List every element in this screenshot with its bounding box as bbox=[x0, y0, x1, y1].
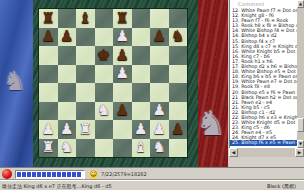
square-a7[interactable]: ♟ bbox=[39, 28, 58, 47]
square-c1[interactable] bbox=[76, 139, 95, 158]
black-p-piece[interactable]: ♟ bbox=[60, 29, 73, 44]
square-a5[interactable] bbox=[39, 65, 58, 84]
white-b-piece[interactable]: ♝ bbox=[134, 140, 147, 155]
square-e8[interactable]: ♜ bbox=[113, 9, 132, 28]
square-e5[interactable]: ♟ bbox=[113, 65, 132, 84]
square-b3[interactable] bbox=[58, 102, 77, 121]
square-d7[interactable] bbox=[95, 28, 114, 47]
square-c7[interactable] bbox=[76, 28, 95, 47]
knight-statue-icon: ♞ bbox=[3, 66, 26, 96]
engine-info-bar: ☺ 7/22/2579=18282 bbox=[0, 167, 304, 180]
square-e1[interactable] bbox=[113, 139, 132, 158]
progress-segment bbox=[67, 172, 71, 177]
square-a1[interactable]: ♜ bbox=[39, 139, 58, 158]
square-c4[interactable] bbox=[76, 83, 95, 102]
white-p-piece[interactable]: ♟ bbox=[116, 66, 129, 81]
progress-segment bbox=[47, 172, 51, 177]
square-g4[interactable] bbox=[150, 83, 169, 102]
square-f2[interactable]: ♟ bbox=[132, 120, 151, 139]
square-a4[interactable] bbox=[39, 83, 58, 102]
black-b-piece[interactable]: ♝ bbox=[79, 11, 92, 26]
black-p-piece[interactable]: ♟ bbox=[116, 48, 129, 63]
square-g6[interactable] bbox=[150, 46, 169, 65]
white-p-piece[interactable]: ♟ bbox=[42, 122, 55, 137]
square-h7[interactable]: ♞ bbox=[169, 28, 188, 47]
square-a3[interactable] bbox=[39, 102, 58, 121]
scrollbar-thumb[interactable] bbox=[297, 118, 304, 132]
square-d4[interactable] bbox=[95, 83, 114, 102]
square-d5[interactable] bbox=[95, 65, 114, 84]
square-g3[interactable]: ♟ bbox=[150, 102, 169, 121]
black-p-piece[interactable]: ♟ bbox=[153, 29, 166, 44]
progress-segment bbox=[62, 172, 66, 177]
square-c3[interactable] bbox=[76, 102, 95, 121]
square-f4[interactable] bbox=[132, 83, 151, 102]
square-b4[interactable] bbox=[58, 83, 77, 102]
black-k-piece[interactable]: ♚ bbox=[97, 48, 110, 63]
black-r-piece[interactable]: ♜ bbox=[42, 11, 55, 26]
square-d6[interactable]: ♚ bbox=[95, 46, 114, 65]
square-d1[interactable] bbox=[95, 139, 114, 158]
square-h2[interactable]: ♟ bbox=[169, 120, 188, 139]
square-g1[interactable]: ♞ bbox=[150, 139, 169, 158]
square-b8[interactable] bbox=[58, 9, 77, 28]
white-p-piece[interactable]: ♟ bbox=[134, 122, 147, 137]
square-g5[interactable] bbox=[150, 65, 169, 84]
square-b2[interactable]: ♟ bbox=[58, 120, 77, 139]
right-decor-panel: ♞ bbox=[198, 0, 228, 167]
square-e6[interactable]: ♟ bbox=[113, 46, 132, 65]
white-n-piece[interactable]: ♞ bbox=[97, 103, 110, 118]
square-f8[interactable] bbox=[132, 9, 151, 28]
scroll-down-icon[interactable]: ▼ bbox=[297, 140, 304, 148]
square-d2[interactable] bbox=[95, 120, 114, 139]
black-r-piece[interactable]: ♜ bbox=[116, 11, 129, 26]
square-a6[interactable] bbox=[39, 46, 58, 65]
white-p-piece[interactable]: ♟ bbox=[60, 122, 73, 137]
black-p-piece[interactable]: ♟ bbox=[171, 122, 184, 137]
square-h4[interactable] bbox=[169, 83, 188, 102]
square-e4[interactable] bbox=[113, 83, 132, 102]
square-e7[interactable]: ♟ bbox=[113, 28, 132, 47]
square-d8[interactable] bbox=[95, 9, 114, 28]
white-p-piece[interactable]: ♟ bbox=[153, 103, 166, 118]
square-a8[interactable]: ♜ bbox=[39, 9, 58, 28]
thinking-progress-bar bbox=[15, 170, 85, 179]
search-counter: 7/22/2579=18282 bbox=[101, 171, 147, 177]
move-list-item[interactable]: 25. Bishop f6 x e5 = Pawn on bbox=[230, 140, 298, 145]
move-list-item[interactable]: 21. Black Pawn h2 = Dot on h bbox=[230, 95, 298, 100]
move-list-title: Comment bbox=[230, 0, 298, 8]
status-best-move-text: 最佳走法:King d6 x e7 正在思考...King d6 - d5 bbox=[2, 183, 112, 189]
square-h3[interactable] bbox=[169, 102, 188, 121]
square-e2[interactable] bbox=[113, 120, 132, 139]
progress-segment bbox=[22, 172, 26, 177]
square-g8[interactable] bbox=[150, 9, 169, 28]
progress-segment bbox=[32, 172, 36, 177]
square-b7[interactable]: ♟ bbox=[58, 28, 77, 47]
scroll-right-icon[interactable]: ▶ bbox=[295, 148, 304, 157]
progress-segment bbox=[17, 172, 21, 177]
square-g7[interactable]: ♟ bbox=[150, 28, 169, 47]
left-decor-panel: ♞ bbox=[0, 0, 33, 167]
progress-segment bbox=[77, 172, 81, 177]
square-d3[interactable]: ♞ bbox=[95, 102, 114, 121]
square-h5[interactable] bbox=[169, 65, 188, 84]
square-f6[interactable] bbox=[132, 46, 151, 65]
square-f5[interactable] bbox=[132, 65, 151, 84]
square-h6[interactable] bbox=[169, 46, 188, 65]
board-frame: ♜♝♜♟♟♟♟♞♚♟♟♞♟♟♟♟♜♟♟♟♜♞♝♞ bbox=[33, 0, 198, 167]
square-f3[interactable] bbox=[132, 102, 151, 121]
move-list-item[interactable]: 20. Bishop e5 x f6 = Pawn on bbox=[230, 90, 298, 95]
square-h1[interactable] bbox=[169, 139, 188, 158]
white-n-piece[interactable]: ♞ bbox=[60, 140, 73, 155]
progress-segment bbox=[42, 172, 46, 177]
vertical-scrollbar[interactable]: ▲ ▼ bbox=[297, 0, 304, 148]
square-c2[interactable]: ♜ bbox=[76, 120, 95, 139]
smiley-icon: ☺ bbox=[89, 170, 98, 179]
chess-board[interactable]: ♜♝♜♟♟♟♟♞♚♟♟♞♟♟♟♟♜♟♟♟♜♞♝♞ bbox=[38, 8, 188, 158]
status-bar: 最佳走法:King d6 x e7 正在思考...King d6 - d5 Bl… bbox=[0, 180, 304, 190]
progress-segment bbox=[57, 172, 61, 177]
white-r-piece[interactable]: ♜ bbox=[42, 140, 55, 155]
progress-segment bbox=[72, 172, 76, 177]
white-r-piece[interactable]: ♜ bbox=[79, 122, 92, 137]
square-e3[interactable]: ♟ bbox=[113, 102, 132, 121]
square-h8[interactable] bbox=[169, 9, 188, 28]
scroll-up-icon[interactable]: ▲ bbox=[297, 0, 304, 8]
square-g2[interactable]: ♟ bbox=[150, 120, 169, 139]
scroll-left-icon[interactable]: ◀ bbox=[229, 148, 238, 157]
square-c5[interactable] bbox=[76, 65, 95, 84]
knight-statue-icon: ♞ bbox=[196, 103, 226, 143]
progress-segment bbox=[52, 172, 56, 177]
square-b6[interactable] bbox=[58, 46, 77, 65]
black-n-piece[interactable]: ♞ bbox=[171, 29, 184, 44]
move-list[interactable]: Comment 12. White Pawn f7 = Dot on h612.… bbox=[229, 0, 298, 148]
white-p-piece[interactable]: ♟ bbox=[153, 122, 166, 137]
square-c6[interactable] bbox=[76, 46, 95, 65]
square-c8[interactable]: ♝ bbox=[76, 9, 95, 28]
white-p-piece[interactable]: ♟ bbox=[116, 29, 129, 44]
engine-status-icon bbox=[2, 169, 12, 179]
chess-app-window: ♞ ♜♝♜♟♟♟♟♞♚♟♟♞♟♟♟♟♜♟♟♟♜♞♝♞ ♞ Comment 12.… bbox=[0, 0, 304, 190]
square-f7[interactable] bbox=[132, 28, 151, 47]
white-n-piece[interactable]: ♞ bbox=[153, 140, 166, 155]
move-list-panel: Comment 12. White Pawn f7 = Dot on h612.… bbox=[228, 0, 304, 167]
horizontal-scrollbar[interactable]: ◀ ▶ bbox=[229, 148, 304, 157]
square-a2[interactable]: ♟ bbox=[39, 120, 58, 139]
square-b1[interactable]: ♞ bbox=[58, 139, 77, 158]
black-p-piece[interactable]: ♟ bbox=[42, 29, 55, 44]
move-list-item[interactable]: 15. King d8 x c7 = Knight on f bbox=[230, 44, 298, 49]
square-f1[interactable]: ♝ bbox=[132, 139, 151, 158]
progress-segment bbox=[37, 172, 41, 177]
side-to-move-label: Black (黑棋) bbox=[267, 183, 296, 189]
square-b5[interactable] bbox=[58, 65, 77, 84]
black-p-piece[interactable]: ♟ bbox=[116, 103, 129, 118]
progress-segment bbox=[27, 172, 31, 177]
